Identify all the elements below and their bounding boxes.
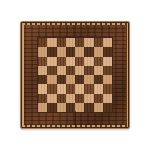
square-e8 — [75, 38, 84, 47]
square-g2 — [94, 94, 103, 103]
square-f6 — [84, 57, 93, 66]
square-a4 — [38, 75, 47, 84]
square-a6 — [38, 57, 47, 66]
chess-board — [20, 21, 130, 129]
square-e4 — [75, 75, 84, 84]
square-a1 — [38, 103, 47, 112]
square-g4 — [94, 75, 103, 84]
square-c8 — [57, 38, 66, 47]
square-g3 — [94, 84, 103, 93]
square-g5 — [94, 66, 103, 75]
square-d7 — [66, 47, 75, 56]
square-d8 — [66, 38, 75, 47]
square-f2 — [84, 94, 93, 103]
square-d6 — [66, 57, 75, 66]
square-e5 — [75, 66, 84, 75]
square-c1 — [57, 103, 66, 112]
square-b2 — [47, 94, 56, 103]
square-a5 — [38, 66, 47, 75]
square-e6 — [75, 57, 84, 66]
square-f7 — [84, 47, 93, 56]
square-g1 — [94, 103, 103, 112]
square-d2 — [66, 94, 75, 103]
square-f8 — [84, 38, 93, 47]
square-h6 — [103, 57, 112, 66]
wooden-frame — [24, 25, 126, 125]
square-h3 — [103, 84, 112, 93]
square-b3 — [47, 84, 56, 93]
square-f5 — [84, 66, 93, 75]
square-e7 — [75, 47, 84, 56]
square-h1 — [103, 103, 112, 112]
square-h5 — [103, 66, 112, 75]
square-c4 — [57, 75, 66, 84]
square-h8 — [103, 38, 112, 47]
square-b6 — [47, 57, 56, 66]
board-field — [38, 38, 112, 112]
square-b7 — [47, 47, 56, 56]
square-b1 — [47, 103, 56, 112]
square-a8 — [38, 38, 47, 47]
square-f1 — [84, 103, 93, 112]
square-b4 — [47, 75, 56, 84]
square-g7 — [94, 47, 103, 56]
square-e1 — [75, 103, 84, 112]
square-b5 — [47, 66, 56, 75]
square-g8 — [94, 38, 103, 47]
square-b8 — [47, 38, 56, 47]
fold-seam-top — [75, 22, 76, 39]
square-e2 — [75, 94, 84, 103]
square-h7 — [103, 47, 112, 56]
square-c2 — [57, 94, 66, 103]
square-h2 — [103, 94, 112, 103]
square-g6 — [94, 57, 103, 66]
square-c3 — [57, 84, 66, 93]
square-c5 — [57, 66, 66, 75]
square-d4 — [66, 75, 75, 84]
square-a7 — [38, 47, 47, 56]
square-a3 — [38, 84, 47, 93]
field-border — [37, 37, 113, 113]
square-d3 — [66, 84, 75, 93]
square-c7 — [57, 47, 66, 56]
square-e3 — [75, 84, 84, 93]
square-f3 — [84, 84, 93, 93]
fold-seam-bottom — [75, 111, 76, 128]
square-f4 — [84, 75, 93, 84]
square-h4 — [103, 75, 112, 84]
square-c6 — [57, 57, 66, 66]
square-a2 — [38, 94, 47, 103]
square-d5 — [66, 66, 75, 75]
